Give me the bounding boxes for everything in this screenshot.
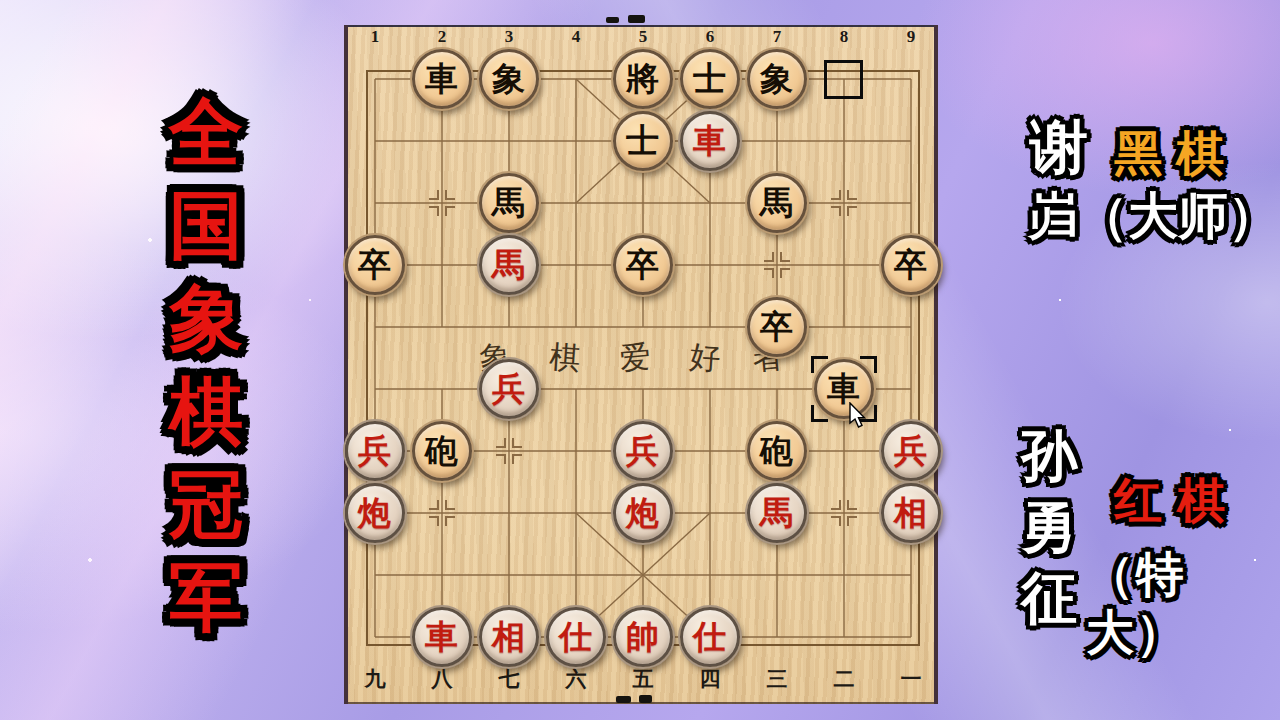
piece-red-chariot[interactable]: 車 — [680, 111, 740, 171]
red-side-label: 红棋 — [1114, 472, 1240, 530]
file-label-bottom: 五 — [631, 666, 655, 692]
file-label-top: 9 — [899, 26, 923, 48]
file-label-bottom: 六 — [564, 666, 588, 692]
piece-red-soldier[interactable]: 兵 — [613, 421, 673, 481]
piece-red-advisor[interactable]: 仕 — [546, 607, 606, 667]
piece-black-cannon[interactable]: 砲 — [412, 421, 472, 481]
piece-black-chariot[interactable]: 車 — [412, 49, 472, 109]
file-label-bottom: 七 — [497, 666, 521, 692]
red-player-name: 孙 勇 征 — [1020, 420, 1078, 633]
file-label-top: 1 — [363, 26, 387, 48]
piece-black-elephant[interactable]: 象 — [747, 49, 807, 109]
black-side-label: 黑棋 — [1114, 125, 1238, 183]
piece-black-soldier[interactable]: 卒 — [881, 235, 941, 295]
file-label-bottom: 三 — [765, 666, 789, 692]
mouse-cursor-icon — [849, 402, 869, 433]
piece-black-advisor[interactable]: 士 — [613, 111, 673, 171]
file-label-bottom: 二 — [832, 666, 856, 692]
file-label-top: 7 — [765, 26, 789, 48]
piece-black-soldier[interactable]: 卒 — [747, 297, 807, 357]
file-label-bottom: 八 — [430, 666, 454, 692]
clipped-caption-fragment — [628, 15, 645, 23]
file-label-bottom: 一 — [899, 666, 923, 692]
file-label-top: 3 — [497, 26, 521, 48]
file-label-top: 2 — [430, 26, 454, 48]
piece-red-elephant[interactable]: 相 — [479, 607, 539, 667]
piece-black-general[interactable]: 將 — [613, 49, 673, 109]
piece-red-horse[interactable]: 馬 — [479, 235, 539, 295]
xiangqi-board[interactable]: 123456789 九八七六五四三二一 象棋爱好者 車象將士象士車馬馬卒馬卒卒卒… — [344, 25, 938, 704]
clipped-caption-fragment — [606, 17, 619, 23]
piece-red-elephant[interactable]: 相 — [881, 483, 941, 543]
file-label-top: 4 — [564, 26, 588, 48]
piece-red-chariot[interactable]: 車 — [412, 607, 472, 667]
piece-black-soldier[interactable]: 卒 — [345, 235, 405, 295]
left-banner-title: 全 国 象 棋 冠 军 — [168, 86, 244, 644]
file-label-bottom: 九 — [363, 666, 387, 692]
piece-black-horse[interactable]: 馬 — [747, 173, 807, 233]
black-player-name-line1: 谢 — [1030, 112, 1088, 182]
black-player-name-line2: 岿（大师） — [1028, 186, 1278, 246]
piece-black-cannon[interactable]: 砲 — [747, 421, 807, 481]
broadcast-frame: 全 国 象 棋 冠 军 123456789 九八七六五四三二一 象棋爱好者 車象… — [0, 0, 1280, 720]
piece-red-soldier[interactable]: 兵 — [345, 421, 405, 481]
piece-red-advisor[interactable]: 仕 — [680, 607, 740, 667]
piece-red-soldier[interactable]: 兵 — [881, 421, 941, 481]
clipped-caption-fragment — [616, 696, 631, 703]
piece-red-horse[interactable]: 馬 — [747, 483, 807, 543]
file-label-top: 5 — [631, 26, 655, 48]
file-label-top: 6 — [698, 26, 722, 48]
last-move-from-marker — [824, 60, 863, 99]
piece-red-cannon[interactable]: 炮 — [345, 483, 405, 543]
piece-black-horse[interactable]: 馬 — [479, 173, 539, 233]
red-player-rank-title: （特大） — [1086, 546, 1280, 661]
piece-red-soldier[interactable]: 兵 — [479, 359, 539, 419]
file-label-bottom: 四 — [698, 666, 722, 692]
piece-red-general[interactable]: 帥 — [613, 607, 673, 667]
piece-red-cannon[interactable]: 炮 — [613, 483, 673, 543]
piece-black-soldier[interactable]: 卒 — [613, 235, 673, 295]
piece-black-elephant[interactable]: 象 — [479, 49, 539, 109]
pieces-grid: 車象將士象士車馬馬卒馬卒卒卒兵車兵砲兵砲兵炮炮馬相車相仕帥仕 — [341, 48, 944, 668]
piece-black-advisor[interactable]: 士 — [680, 49, 740, 109]
clipped-caption-fragment — [639, 695, 652, 703]
file-label-top: 8 — [832, 26, 856, 48]
